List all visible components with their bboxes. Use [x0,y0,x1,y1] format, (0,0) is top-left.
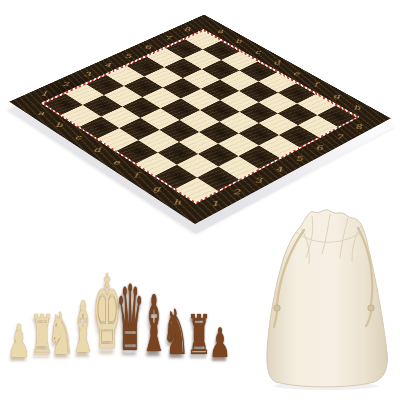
chess-board: abcdefgh abcdefgh 87654321 87654321 [0,0,400,240]
piece-brown-knight: ♞ [163,301,190,364]
piece-brown-pawn: ♟ [209,323,231,364]
storage-bag [262,206,393,392]
board-surface: abcdefgh abcdefgh 87654321 87654321 [9,15,390,224]
piece-tray: ♟♜♞♝♚♛♝♞♜♟ [0,230,260,400]
piece-cream-pawn: ♟ [7,319,30,365]
board-trim-border [40,29,359,204]
cord-knot-left [274,305,280,311]
piece-brown-rook: ♜ [186,309,211,364]
bag-body [267,210,388,387]
product-photo: abcdefgh abcdefgh 87654321 87654321 ♟♜♞♝… [0,0,400,400]
cord-knot-right [368,305,374,311]
board-squares [44,31,356,202]
